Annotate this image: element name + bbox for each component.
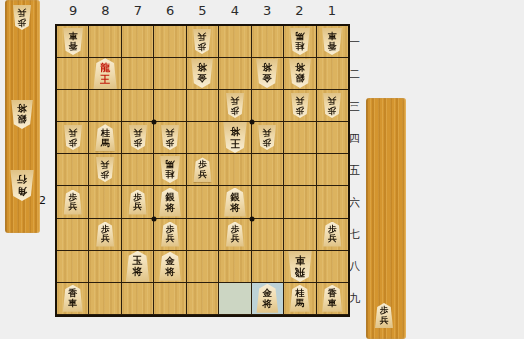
- square-1八[interactable]: [317, 251, 348, 282]
- piece-sente-pawn[interactable]: 歩兵: [95, 222, 115, 247]
- star-point: [249, 120, 254, 125]
- square-4六[interactable]: 銀将: [219, 186, 250, 217]
- square-4三[interactable]: 歩兵: [219, 90, 250, 121]
- piece-sente-pawn[interactable]: 歩兵: [225, 222, 245, 247]
- square-2六[interactable]: [284, 186, 315, 217]
- square-7九[interactable]: [122, 283, 153, 314]
- piece-sente-silver[interactable]: 銀将: [158, 188, 182, 217]
- square-8六[interactable]: [89, 186, 120, 217]
- square-5二[interactable]: 金将: [187, 58, 218, 89]
- piece-gote-pawn[interactable]: 歩兵: [290, 93, 310, 118]
- piece-gote-pawn[interactable]: 歩兵: [257, 125, 277, 150]
- square-4四[interactable]: 王将: [219, 122, 250, 153]
- square-4二[interactable]: [219, 58, 250, 89]
- piece-sente-king[interactable]: 玉将: [125, 251, 151, 282]
- piece-gote-pawn[interactable]: 歩兵: [12, 5, 32, 30]
- square-5七[interactable]: [187, 219, 218, 250]
- piece-sente-pawn[interactable]: 歩兵: [128, 190, 148, 215]
- piece-gote-bishop[interactable]: 角行: [9, 170, 35, 201]
- square-7六[interactable]: 歩兵: [122, 186, 153, 217]
- piece-sente-gold[interactable]: 金将: [158, 252, 182, 281]
- rank-label: 五: [349, 154, 360, 186]
- piece-sente-pawn[interactable]: 歩兵: [322, 222, 342, 247]
- square-1一[interactable]: 香車: [317, 26, 348, 57]
- star-point: [152, 120, 157, 125]
- square-4七[interactable]: 歩兵: [219, 219, 250, 250]
- gote-hand-pawn[interactable]: 歩兵: [12, 5, 32, 30]
- square-8七[interactable]: 歩兵: [89, 219, 120, 250]
- square-8九[interactable]: [89, 283, 120, 314]
- square-9七[interactable]: [57, 219, 88, 250]
- piece-gote-gold[interactable]: 金将: [255, 59, 279, 88]
- sente-hand-pawn[interactable]: 歩兵: [374, 303, 394, 328]
- piece-sente-knight[interactable]: 桂馬: [94, 124, 116, 151]
- piece-sente-pawn[interactable]: 歩兵: [374, 303, 394, 328]
- square-7一[interactable]: [122, 26, 153, 57]
- file-label-7: 7: [122, 3, 154, 18]
- square-7二[interactable]: [122, 58, 153, 89]
- square-9六[interactable]: 歩兵: [57, 186, 88, 217]
- piece-sente-pawn[interactable]: 歩兵: [63, 190, 83, 215]
- square-8三[interactable]: [89, 90, 120, 121]
- file-label-8: 8: [89, 3, 121, 18]
- square-1四[interactable]: [317, 122, 348, 153]
- rank-coordinate-labels: 一二三四五六七八九: [349, 26, 360, 315]
- square-2九[interactable]: 桂馬: [284, 283, 315, 314]
- square-5六[interactable]: [187, 186, 218, 217]
- file-label-3: 3: [251, 3, 283, 18]
- star-point: [152, 217, 157, 222]
- piece-gote-pawn[interactable]: 歩兵: [63, 125, 83, 150]
- square-3七[interactable]: [252, 219, 283, 250]
- square-9三[interactable]: [57, 90, 88, 121]
- square-1六[interactable]: [317, 186, 348, 217]
- square-3五[interactable]: [252, 154, 283, 185]
- square-8一[interactable]: [89, 26, 120, 57]
- square-8四[interactable]: 桂馬: [89, 122, 120, 153]
- piece-gote-knight[interactable]: 桂馬: [159, 156, 181, 183]
- square-6八[interactable]: 金将: [154, 251, 185, 282]
- square-6七[interactable]: 歩兵: [154, 219, 185, 250]
- rank-label: 九: [349, 283, 360, 315]
- square-4一[interactable]: [219, 26, 250, 57]
- square-3八[interactable]: [252, 251, 283, 282]
- file-label-9: 9: [57, 3, 89, 18]
- square-9九[interactable]: 香車: [57, 283, 88, 314]
- square-5三[interactable]: [187, 90, 218, 121]
- square-9四[interactable]: 歩兵: [57, 122, 88, 153]
- piece-gote-knight[interactable]: 桂馬: [289, 28, 311, 55]
- square-2三[interactable]: 歩兵: [284, 90, 315, 121]
- square-6五[interactable]: 桂馬: [154, 154, 185, 185]
- piece-sente-lance[interactable]: 香車: [321, 285, 343, 312]
- gote-hand-bishop[interactable]: 角行2: [9, 170, 35, 201]
- gote-hand-silver[interactable]: 銀将: [10, 100, 34, 129]
- square-5五[interactable]: 歩兵: [187, 154, 218, 185]
- piece-gote-gold[interactable]: 金将: [190, 59, 214, 88]
- piece-gote-lance[interactable]: 香車: [62, 28, 84, 55]
- rank-label: 六: [349, 186, 360, 218]
- gote-piece-stand: 歩兵銀将角行2: [5, 0, 40, 233]
- square-4九[interactable]: [219, 283, 250, 314]
- square-1五[interactable]: [317, 154, 348, 185]
- piece-gote-silver[interactable]: 銀将: [288, 59, 312, 88]
- rank-label: 一: [349, 26, 360, 58]
- file-label-5: 5: [186, 3, 218, 18]
- square-3二[interactable]: 金将: [252, 58, 283, 89]
- hand-count-label: 2: [39, 194, 46, 207]
- square-4五[interactable]: [219, 154, 250, 185]
- piece-sente-dragon[interactable]: 龍王: [92, 58, 118, 89]
- square-8五[interactable]: 歩兵: [89, 154, 120, 185]
- board-frame: 香車歩兵桂馬香車龍王金将金将銀将歩兵歩兵歩兵歩兵桂馬歩兵歩兵王将歩兵歩兵桂馬歩兵…: [55, 24, 350, 317]
- square-7四[interactable]: 歩兵: [122, 122, 153, 153]
- square-3四[interactable]: 歩兵: [252, 122, 283, 153]
- piece-gote-pawn[interactable]: 歩兵: [160, 125, 180, 150]
- square-2五[interactable]: [284, 154, 315, 185]
- square-5四[interactable]: [187, 122, 218, 153]
- rank-label: 七: [349, 219, 360, 251]
- square-2八[interactable]: 飛車: [284, 251, 315, 282]
- piece-gote-pawn[interactable]: 歩兵: [192, 29, 212, 54]
- file-label-2: 2: [283, 3, 315, 18]
- square-2四[interactable]: [284, 122, 315, 153]
- square-6六[interactable]: 銀将: [154, 186, 185, 217]
- file-label-6: 6: [154, 3, 186, 18]
- piece-gote-lance[interactable]: 香車: [321, 28, 343, 55]
- square-5一[interactable]: 歩兵: [187, 26, 218, 57]
- square-1二[interactable]: [317, 58, 348, 89]
- square-2一[interactable]: 桂馬: [284, 26, 315, 57]
- file-label-1: 1: [316, 3, 348, 18]
- piece-sente-silver[interactable]: 銀将: [223, 188, 247, 217]
- square-1三[interactable]: 歩兵: [317, 90, 348, 121]
- piece-gote-pawn[interactable]: 歩兵: [225, 93, 245, 118]
- square-4八[interactable]: [219, 251, 250, 282]
- square-9八[interactable]: [57, 251, 88, 282]
- square-5八[interactable]: [187, 251, 218, 282]
- square-5九[interactable]: [187, 283, 218, 314]
- square-7三[interactable]: [122, 90, 153, 121]
- square-6三[interactable]: [154, 90, 185, 121]
- piece-sente-pawn[interactable]: 歩兵: [160, 222, 180, 247]
- square-8二[interactable]: 龍王: [89, 58, 120, 89]
- file-label-4: 4: [219, 3, 251, 18]
- piece-gote-pawn[interactable]: 歩兵: [322, 93, 342, 118]
- rank-label: 八: [349, 251, 360, 283]
- square-3六[interactable]: [252, 186, 283, 217]
- rank-label: 三: [349, 90, 360, 122]
- rank-label: 四: [349, 122, 360, 154]
- square-6二[interactable]: [154, 58, 185, 89]
- shogi-app: 歩兵銀将角行2 歩兵 987654321 一二三四五六七八九 香車歩兵桂馬香車龍…: [0, 0, 524, 339]
- piece-gote-king[interactable]: 王将: [222, 122, 248, 153]
- sente-piece-stand: 歩兵: [366, 98, 406, 339]
- piece-sente-knight[interactable]: 桂馬: [289, 285, 311, 312]
- square-2二[interactable]: 銀将: [284, 58, 315, 89]
- square-9一[interactable]: 香車: [57, 26, 88, 57]
- piece-gote-pawn[interactable]: 歩兵: [95, 157, 115, 182]
- shogi-board: 香車歩兵桂馬香車龍王金将金将銀将歩兵歩兵歩兵歩兵桂馬歩兵歩兵王将歩兵歩兵桂馬歩兵…: [57, 26, 348, 314]
- star-point: [249, 217, 254, 222]
- square-2七[interactable]: [284, 219, 315, 250]
- square-7七[interactable]: [122, 219, 153, 250]
- piece-sente-pawn[interactable]: 歩兵: [192, 157, 212, 182]
- piece-sente-lance[interactable]: 香車: [62, 285, 84, 312]
- square-6一[interactable]: [154, 26, 185, 57]
- piece-gote-silver[interactable]: 銀将: [10, 100, 34, 129]
- square-7八[interactable]: 玉将: [122, 251, 153, 282]
- rank-label: 二: [349, 58, 360, 90]
- square-7五[interactable]: [122, 154, 153, 185]
- square-1七[interactable]: 歩兵: [317, 219, 348, 250]
- piece-gote-pawn[interactable]: 歩兵: [128, 125, 148, 150]
- square-6九[interactable]: [154, 283, 185, 314]
- square-3一[interactable]: [252, 26, 283, 57]
- piece-gote-rook[interactable]: 飛車: [287, 251, 313, 282]
- piece-sente-gold[interactable]: 金将: [255, 284, 279, 313]
- square-1九[interactable]: 香車: [317, 283, 348, 314]
- square-6四[interactable]: 歩兵: [154, 122, 185, 153]
- square-3三[interactable]: [252, 90, 283, 121]
- square-9二[interactable]: [57, 58, 88, 89]
- square-3九[interactable]: 金将: [252, 283, 283, 314]
- file-coordinate-labels: 987654321: [57, 3, 348, 18]
- square-8八[interactable]: [89, 251, 120, 282]
- square-9五[interactable]: [57, 154, 88, 185]
